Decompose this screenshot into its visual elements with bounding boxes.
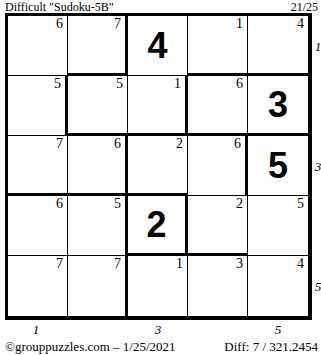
big-number	[128, 256, 187, 316]
col-label-1: 1	[26, 322, 46, 337]
big-number	[248, 16, 308, 73]
cell-r1c2[interactable]: 7	[68, 16, 128, 76]
big-number	[128, 136, 187, 193]
big-number	[248, 256, 308, 316]
big-number	[68, 76, 127, 133]
cell-r4c5[interactable]: 5	[248, 196, 308, 256]
big-number	[248, 196, 308, 255]
big-number	[188, 196, 247, 253]
big-number: 2	[128, 196, 185, 253]
col-label-5: 5	[268, 322, 288, 337]
puzzle-grid: 6 7 4 1 4 5 5 1 6 3 7 6 2 6 5 6 5 2 2 5 …	[5, 13, 312, 320]
big-number: 4	[128, 16, 187, 75]
cell-r4c1[interactable]: 6	[8, 196, 68, 256]
big-number	[68, 196, 125, 255]
cell-r3c2[interactable]: 6	[68, 136, 128, 196]
cell-r2c1[interactable]: 5	[8, 76, 68, 136]
cell-r5c5[interactable]: 4	[248, 256, 308, 316]
cell-r4c3[interactable]: 2	[128, 196, 188, 256]
cell-r5c3[interactable]: 1	[128, 256, 188, 316]
cell-r5c2[interactable]: 7	[68, 256, 128, 316]
big-number	[188, 16, 247, 73]
row-label-3: 3	[313, 159, 321, 174]
cell-r3c3[interactable]: 2	[128, 136, 188, 196]
big-number	[188, 256, 247, 316]
big-number	[128, 76, 185, 133]
cell-r3c1[interactable]: 7	[8, 136, 68, 196]
cell-r5c1[interactable]: 7	[8, 256, 68, 316]
big-number	[68, 16, 125, 73]
difficulty-rating: Diff: 7 / 321.2454	[224, 339, 318, 355]
cell-r3c4[interactable]: 6	[188, 136, 248, 196]
big-number	[8, 136, 67, 193]
big-number	[8, 196, 67, 255]
big-number	[8, 76, 65, 135]
big-number: 5	[248, 136, 308, 195]
big-number	[188, 76, 247, 133]
copyright-text: ©grouppuzzles.com – 1/25/2021	[5, 339, 176, 355]
big-number	[68, 136, 125, 193]
cell-r5c4[interactable]: 3	[188, 256, 248, 316]
cell-r3c5[interactable]: 5	[248, 136, 308, 196]
cell-r2c5[interactable]: 3	[248, 76, 308, 136]
cell-r1c4[interactable]: 1	[188, 16, 248, 76]
big-number	[188, 136, 245, 195]
big-number	[8, 256, 67, 316]
cell-r2c2[interactable]: 5	[68, 76, 128, 136]
big-number: 3	[248, 76, 308, 133]
cell-r1c1[interactable]: 6	[8, 16, 68, 76]
cell-r1c5[interactable]: 4	[248, 16, 308, 76]
big-number	[68, 256, 125, 316]
cell-r1c3[interactable]: 4	[128, 16, 188, 76]
col-label-3: 3	[148, 322, 168, 337]
cell-r2c3[interactable]: 1	[128, 76, 188, 136]
cell-r4c2[interactable]: 5	[68, 196, 128, 256]
big-number	[8, 16, 67, 75]
cell-r4c4[interactable]: 2	[188, 196, 248, 256]
row-label-1: 1	[313, 39, 321, 54]
row-label-5: 5	[313, 279, 321, 294]
cell-r2c4[interactable]: 6	[188, 76, 248, 136]
